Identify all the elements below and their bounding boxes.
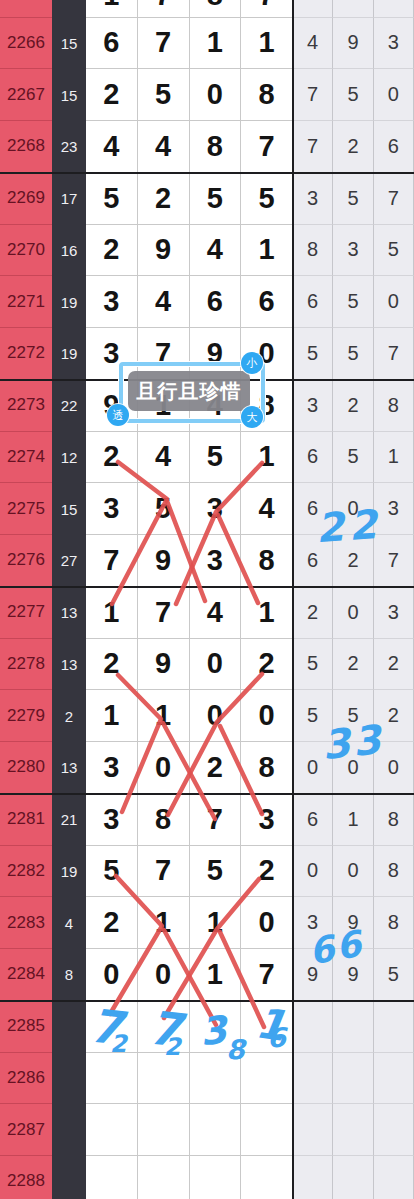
digit-cell: 7 [190, 794, 242, 846]
right-digit-cell-value: 3 [388, 31, 399, 54]
right-digit-cell-value: 5 [307, 342, 318, 365]
right-digit-cell-value: 2 [388, 704, 399, 727]
right-digit-cell [333, 1156, 373, 1199]
right-digit-cell-value: 2 [388, 652, 399, 675]
digit-cell-value: 8 [207, 130, 223, 163]
digit-cell-value: 1 [103, 596, 119, 629]
digit-cell: 3 [190, 535, 242, 587]
digit-cell-value: 2 [259, 647, 275, 680]
right-digit-cell-value: 5 [347, 445, 358, 468]
right-digit-cell-value: 0 [347, 601, 358, 624]
right-digit-cell-value: 5 [347, 704, 358, 727]
issue-cell: 2269 [0, 173, 52, 225]
digit-cell: 3 [86, 483, 138, 535]
issue-cell-value: 2273 [7, 395, 45, 415]
issue-cell-value: 2281 [7, 809, 45, 829]
right-digit-cell-value: 7 [388, 342, 399, 365]
digit-cell-value: 2 [103, 906, 119, 939]
right-digit-cell: 4 [293, 18, 333, 70]
digit-cell-value: 7 [155, 26, 171, 59]
issue-cell: 2281 [0, 794, 52, 846]
right-digit-cell-value: 0 [388, 756, 399, 779]
digit-cell: 0 [138, 742, 190, 794]
right-digit-cell: 5 [374, 949, 414, 1001]
issue-cell-value: 2276 [7, 550, 45, 570]
digit-cell: 7 [241, 121, 293, 173]
digit-cell: 7 [138, 846, 190, 898]
digit-cell: 1 [86, 690, 138, 742]
right-digit-cell-value: 7 [388, 187, 399, 210]
digit-cell: 8 [241, 535, 293, 587]
sum-cell: 27 [52, 535, 86, 587]
right-digit-cell-value: 0 [307, 859, 318, 882]
digit-cell-value: 8 [155, 803, 171, 836]
digit-cell: 7 [241, 949, 293, 1001]
right-digit-cell: 5 [333, 690, 373, 742]
digit-cell-value: 0 [155, 958, 171, 991]
digit-cell: 4 [190, 587, 242, 639]
digit-cell [241, 1156, 293, 1199]
digit-cell [86, 1053, 138, 1105]
sum-cell: 15 [52, 69, 86, 121]
sum-cell: 13 [52, 742, 86, 794]
digit-cell-value: 3 [207, 492, 223, 525]
transparency-label: 透 [113, 408, 124, 423]
digit-cell: 8 [190, 0, 242, 18]
sum-cell-value: 13 [61, 604, 78, 621]
right-digit-cell: 9 [333, 949, 373, 1001]
digit-cell: 5 [190, 846, 242, 898]
issue-cell: 2277 [0, 587, 52, 639]
digit-cell: 7 [138, 18, 190, 70]
digit-cell: 7 [138, 587, 190, 639]
right-digit-cell: 9 [333, 897, 373, 949]
digit-cell-value: 6 [103, 26, 119, 59]
right-digit-cell-value: 6 [388, 135, 399, 158]
sum-cell-value: 16 [61, 242, 78, 259]
issue-cell-value: 2274 [7, 447, 45, 467]
sum-cell: 19 [52, 846, 86, 898]
right-digit-cell-value: 7 [307, 83, 318, 106]
sum-cell-value: 13 [61, 656, 78, 673]
issue-cell-value: 2278 [7, 654, 45, 674]
digit-cell-value: 4 [155, 285, 171, 318]
digit-cell [138, 1001, 190, 1053]
digit-cell: 2 [241, 846, 293, 898]
digit-cell [190, 1156, 242, 1199]
right-digit-cell-value: 8 [388, 859, 399, 882]
issue-cell-value: 2282 [7, 861, 45, 881]
right-digit-cell-value: 9 [307, 963, 318, 986]
sum-cell: 17 [52, 173, 86, 225]
sum-cell: 15 [52, 483, 86, 535]
digit-cell-value: 4 [103, 130, 119, 163]
right-digit-cell: 6 [293, 432, 333, 484]
digit-cell: 7 [241, 0, 293, 18]
right-digit-cell [293, 0, 333, 18]
right-digit-cell: 2 [333, 639, 373, 691]
issue-cell-value: 2275 [7, 499, 45, 519]
right-digit-cell [333, 1001, 373, 1053]
digit-cell: 3 [190, 483, 242, 535]
right-digit-cell: 0 [333, 483, 373, 535]
issue-cell: 2273 [0, 380, 52, 432]
right-digit-cell-value: 5 [347, 290, 358, 313]
right-digit-cell-value: 2 [347, 394, 358, 417]
digit-cell-value: 5 [207, 182, 223, 215]
digit-cell-value: 9 [155, 544, 171, 577]
right-digit-cell-value: 9 [347, 31, 358, 54]
trend-chart-screen: 1787226615671149322671525087502268234487… [0, 0, 414, 1199]
right-digit-cell: 2 [333, 535, 373, 587]
issue-cell-value: 2285 [7, 1016, 45, 1036]
right-digit-cell: 0 [333, 587, 373, 639]
issue-cell-value: 2286 [7, 1068, 45, 1088]
digit-cell: 5 [138, 483, 190, 535]
digit-cell-value: 4 [207, 596, 223, 629]
digit-cell: 5 [86, 846, 138, 898]
right-digit-cell: 1 [374, 432, 414, 484]
right-digit-cell-value: 8 [388, 911, 399, 934]
digit-cell: 0 [138, 949, 190, 1001]
right-digit-cell: 3 [374, 483, 414, 535]
digit-cell-value: 7 [155, 0, 171, 10]
sum-cell-value: 2 [65, 708, 73, 725]
digit-cell: 6 [190, 276, 242, 328]
sum-cell-value: 21 [61, 811, 78, 828]
digit-cell-value: 1 [207, 958, 223, 991]
right-digit-cell: 0 [293, 742, 333, 794]
sum-cell-value: 19 [61, 345, 78, 362]
digit-cell: 5 [138, 69, 190, 121]
sum-cell: 4 [52, 897, 86, 949]
digit-cell [190, 1053, 242, 1105]
digit-cell: 4 [86, 121, 138, 173]
digit-cell-value: 3 [103, 751, 119, 784]
digit-cell: 1 [241, 587, 293, 639]
right-digit-cell: 3 [293, 897, 333, 949]
sum-cell: 19 [52, 328, 86, 380]
digit-cell: 1 [241, 18, 293, 70]
digit-cell-value: 6 [259, 285, 275, 318]
right-digit-cell-value: 7 [388, 549, 399, 572]
right-digit-cell: 5 [333, 276, 373, 328]
sum-cell: 23 [52, 121, 86, 173]
digit-cell: 1 [190, 949, 242, 1001]
right-digit-cell [293, 1156, 333, 1199]
sum-cell: 8 [52, 949, 86, 1001]
digit-cell [190, 1001, 242, 1053]
right-digit-cell-value: 8 [388, 808, 399, 831]
right-digit-cell: 3 [293, 380, 333, 432]
digit-cell [86, 1156, 138, 1199]
issue-cell: 2267 [0, 69, 52, 121]
right-digit-cell: 7 [293, 69, 333, 121]
sum-cell-value: 12 [61, 449, 78, 466]
right-digit-cell: 6 [374, 121, 414, 173]
digit-cell-value: 8 [259, 751, 275, 784]
resize-big-handle[interactable]: 大 [241, 406, 263, 428]
right-digit-cell: 5 [374, 225, 414, 277]
right-digit-cell: 7 [293, 121, 333, 173]
digit-cell-value: 5 [259, 182, 275, 215]
issue-cell: 2280 [0, 742, 52, 794]
issue-cell-value: 2288 [7, 1171, 45, 1191]
right-digit-cell: 8 [374, 897, 414, 949]
transparency-handle[interactable]: 透 [107, 404, 129, 426]
digit-cell [138, 1053, 190, 1105]
digit-cell-value: 2 [103, 78, 119, 111]
digit-cell-value: 7 [155, 596, 171, 629]
right-digit-cell: 6 [293, 276, 333, 328]
right-digit-cell: 5 [333, 69, 373, 121]
right-digit-cell: 5 [293, 690, 333, 742]
digit-cell: 1 [190, 897, 242, 949]
right-digit-cell-value: 5 [307, 704, 318, 727]
right-digit-cell-value: 3 [347, 238, 358, 261]
issue-cell: 2282 [0, 846, 52, 898]
digit-cell-value: 0 [155, 751, 171, 784]
digit-cell: 9 [138, 535, 190, 587]
digit-cell [86, 1104, 138, 1156]
right-digit-cell-value: 3 [307, 911, 318, 934]
digit-cell: 3 [86, 276, 138, 328]
digit-cell: 6 [241, 276, 293, 328]
right-digit-cell-value: 5 [388, 238, 399, 261]
issue-cell: 2284 [0, 949, 52, 1001]
trend-grid: 1787226615671149322671525087502268234487… [0, 0, 414, 1199]
sum-cell [52, 1156, 86, 1199]
digit-cell: 7 [86, 535, 138, 587]
digit-cell: 2 [241, 639, 293, 691]
digit-cell-value: 9 [155, 647, 171, 680]
right-digit-cell: 0 [374, 69, 414, 121]
issue-cell: 2276 [0, 535, 52, 587]
right-digit-cell: 0 [333, 742, 373, 794]
digit-cell: 6 [86, 18, 138, 70]
digit-cell [241, 1001, 293, 1053]
resize-small-handle[interactable]: 小 [241, 352, 263, 374]
right-digit-cell [293, 1001, 333, 1053]
right-digit-cell-value: 1 [347, 808, 358, 831]
right-digit-cell-value: 6 [307, 290, 318, 313]
issue-cell: 2274 [0, 432, 52, 484]
right-digit-cell [293, 1053, 333, 1105]
digit-cell-value: 1 [259, 26, 275, 59]
sum-cell: 13 [52, 587, 86, 639]
right-digit-cell: 2 [374, 690, 414, 742]
digit-cell-value: 7 [259, 958, 275, 991]
issue-cell [0, 0, 52, 18]
digit-cell: 5 [86, 173, 138, 225]
issue-cell-value: 2283 [7, 913, 45, 933]
digit-cell: 8 [190, 121, 242, 173]
right-digit-cell-value: 0 [307, 756, 318, 779]
issue-cell: 2286 [0, 1053, 52, 1105]
sum-cell [52, 1053, 86, 1105]
issue-cell-value: 2270 [7, 240, 45, 260]
digit-cell: 2 [86, 639, 138, 691]
digit-cell-value: 1 [207, 26, 223, 59]
digit-cell: 9 [138, 225, 190, 277]
digit-cell-value: 5 [155, 78, 171, 111]
sum-cell: 2 [52, 690, 86, 742]
digit-cell-value: 2 [103, 647, 119, 680]
digit-cell-value: 1 [155, 906, 171, 939]
right-digit-cell-value: 2 [347, 549, 358, 572]
right-digit-cell: 7 [374, 173, 414, 225]
digit-cell-value: 0 [103, 958, 119, 991]
digit-cell-value: 2 [103, 233, 119, 266]
digit-cell-value: 0 [259, 906, 275, 939]
sum-cell-value: 23 [61, 138, 78, 155]
sum-cell [52, 1001, 86, 1053]
right-digit-cell [333, 1104, 373, 1156]
right-digit-cell: 9 [293, 949, 333, 1001]
right-digit-cell-value: 3 [307, 187, 318, 210]
digit-cell-value: 4 [155, 130, 171, 163]
digit-cell: 1 [86, 0, 138, 18]
digit-cell-value: 2 [207, 751, 223, 784]
digit-cell: 3 [86, 794, 138, 846]
issue-cell-value: 2272 [7, 343, 45, 363]
digit-cell-value: 5 [103, 182, 119, 215]
sum-cell-value: 4 [65, 915, 73, 932]
watermark-banner[interactable]: 且行且珍惜 [128, 371, 250, 411]
right-digit-cell [293, 1104, 333, 1156]
issue-cell-value: 2277 [7, 602, 45, 622]
issue-cell-value: 2266 [7, 33, 45, 53]
digit-cell: 8 [241, 69, 293, 121]
group-separator-line [0, 793, 414, 796]
issue-cell-value: 2269 [7, 188, 45, 208]
right-digit-cell [374, 0, 414, 18]
issue-cell-value: 2268 [7, 136, 45, 156]
issue-cell: 2275 [0, 483, 52, 535]
right-digit-cell-value: 4 [307, 31, 318, 54]
sum-cell: 22 [52, 380, 86, 432]
digit-cell: 1 [241, 432, 293, 484]
sum-cell: 16 [52, 225, 86, 277]
issue-cell: 2279 [0, 690, 52, 742]
digit-cell-value: 5 [103, 854, 119, 887]
right-digit-cell-value: 0 [347, 497, 358, 520]
right-digit-cell: 5 [333, 432, 373, 484]
digit-cell-value: 3 [103, 337, 119, 370]
right-digit-cell-value: 5 [307, 652, 318, 675]
digit-cell-value: 6 [207, 285, 223, 318]
digit-cell: 0 [190, 69, 242, 121]
right-digit-cell-value: 0 [347, 756, 358, 779]
right-digit-cell-value: 3 [388, 497, 399, 520]
right-digit-cell: 0 [293, 846, 333, 898]
digit-cell [86, 1001, 138, 1053]
right-digit-cell: 2 [333, 380, 373, 432]
right-digit-cell: 5 [293, 328, 333, 380]
right-digit-cell-value: 7 [307, 135, 318, 158]
digit-cell-value: 5 [155, 492, 171, 525]
issue-cell-value: 2280 [7, 757, 45, 777]
digit-cell-value: 3 [103, 492, 119, 525]
right-digit-cell [374, 1053, 414, 1105]
digit-cell: 5 [190, 173, 242, 225]
sum-cell [52, 0, 86, 18]
digit-cell-value: 1 [103, 0, 119, 10]
right-digit-cell: 5 [333, 328, 373, 380]
right-digit-cell: 2 [374, 639, 414, 691]
right-digit-cell-value: 6 [307, 808, 318, 831]
digit-cell: 5 [241, 173, 293, 225]
digit-cell-value: 3 [103, 285, 119, 318]
right-digit-cell-value: 6 [307, 497, 318, 520]
right-digit-cell-value: 2 [307, 601, 318, 624]
issue-cell: 2268 [0, 121, 52, 173]
right-digit-cell: 6 [293, 794, 333, 846]
digit-cell-value: 1 [207, 906, 223, 939]
right-digit-cell [333, 1053, 373, 1105]
digit-cell-value: 0 [207, 647, 223, 680]
digit-cell-value: 7 [207, 803, 223, 836]
sum-cell-value: 17 [61, 190, 78, 207]
digit-cell-value: 9 [155, 233, 171, 266]
digit-cell [190, 1104, 242, 1156]
issue-cell: 2287 [0, 1104, 52, 1156]
right-digit-cell-value: 0 [388, 290, 399, 313]
group-separator-line [0, 1000, 414, 1003]
issue-cell: 2270 [0, 225, 52, 277]
digit-cell-value: 5 [207, 440, 223, 473]
right-digit-cell: 5 [293, 639, 333, 691]
right-digit-cell-value: 9 [347, 911, 358, 934]
digit-cell: 3 [86, 742, 138, 794]
digit-cell-value: 2 [103, 440, 119, 473]
sum-cell-value: 13 [61, 759, 78, 776]
issue-cell-value: 2287 [7, 1120, 45, 1140]
sum-cell-value: 15 [61, 501, 78, 518]
digit-cell: 0 [190, 639, 242, 691]
right-digit-cell: 6 [293, 483, 333, 535]
digit-cell: 2 [138, 173, 190, 225]
digit-cell-value: 1 [155, 699, 171, 732]
sum-cell: 12 [52, 432, 86, 484]
digit-cell: 8 [241, 742, 293, 794]
right-digit-cell: 8 [374, 846, 414, 898]
right-digit-cell: 1 [333, 794, 373, 846]
digit-cell-value: 8 [207, 0, 223, 10]
issue-cell-value: 2267 [7, 85, 45, 105]
issue-cell: 2266 [0, 18, 52, 70]
right-digit-cell-value: 0 [347, 859, 358, 882]
digit-cell: 1 [241, 225, 293, 277]
right-digit-cell-value: 2 [347, 652, 358, 675]
digit-cell [241, 1104, 293, 1156]
right-digit-cell-value: 9 [347, 963, 358, 986]
digit-cell-value: 1 [259, 596, 275, 629]
sum-cell [52, 1104, 86, 1156]
digit-cell: 9 [138, 639, 190, 691]
issue-cell: 2278 [0, 639, 52, 691]
right-digit-cell [374, 1001, 414, 1053]
right-digit-cell: 0 [333, 846, 373, 898]
main-right-divider [292, 0, 295, 1199]
digit-cell-value: 3 [103, 803, 119, 836]
digit-cell: 1 [138, 897, 190, 949]
digit-cell: 0 [241, 897, 293, 949]
digit-cell-value: 4 [259, 492, 275, 525]
right-digit-cell-value: 8 [388, 394, 399, 417]
digit-cell-value: 7 [103, 544, 119, 577]
digit-cell-value: 5 [207, 854, 223, 887]
